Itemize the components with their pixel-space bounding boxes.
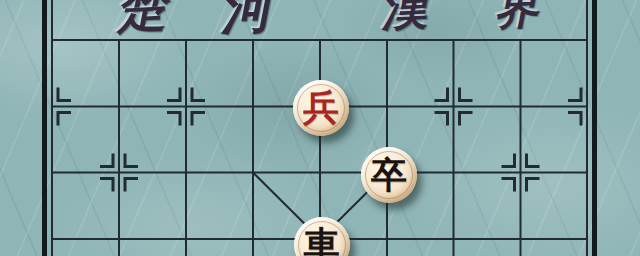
river-char: 界 — [493, 0, 539, 31]
river-char: 楚 — [115, 0, 168, 34]
piece-glyph: 兵 — [303, 89, 339, 125]
piece-glyph: 車 — [304, 226, 340, 256]
river-char: 漢 — [380, 0, 428, 32]
piece-red-soldier[interactable]: 兵 — [293, 80, 349, 136]
piece-black-soldier[interactable]: 卒 — [361, 147, 417, 203]
piece-glyph: 卒 — [371, 156, 407, 192]
xiangqi-board: 楚河漢界 兵卒車 — [0, 0, 640, 256]
river-char: 河 — [219, 0, 274, 36]
